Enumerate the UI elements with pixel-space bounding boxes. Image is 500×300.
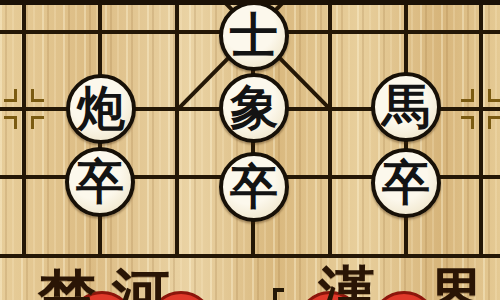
river-text-char: 界 [428, 266, 486, 300]
river-text-char: 漢 [318, 264, 376, 300]
top-edge-line [0, 0, 500, 5]
bracket-mark [273, 288, 284, 300]
piece-black-soldier[interactable]: 卒 [371, 148, 441, 218]
piece-glyph: 卒 [230, 162, 278, 210]
grid-file-line [175, 0, 179, 258]
river-text-char: 河 [112, 266, 170, 300]
position-marker-bracket [31, 116, 44, 129]
piece-black-cannon[interactable]: 炮 [66, 74, 136, 144]
piece-black-advisor[interactable]: 士 [219, 1, 289, 71]
position-marker-bracket [4, 89, 17, 102]
piece-glyph: 象 [230, 83, 278, 131]
piece-black-soldier[interactable]: 卒 [65, 147, 135, 217]
position-marker-bracket [488, 116, 500, 129]
position-marker-bracket [488, 89, 500, 102]
position-marker-bracket [4, 116, 17, 129]
grid-file-line [328, 0, 332, 258]
position-marker-bracket [461, 116, 474, 129]
position-marker-bracket [31, 89, 44, 102]
piece-black-horse[interactable]: 馬 [371, 72, 441, 142]
piece-glyph: 卒 [382, 158, 430, 206]
grid-file-line [22, 0, 26, 258]
piece-black-elephant[interactable]: 象 [219, 73, 289, 143]
xiangqi-board[interactable]: 楚河漢界士炮象馬卒卒卒 [0, 0, 500, 300]
position-marker-bracket [461, 89, 474, 102]
river-text-char: 楚 [38, 268, 96, 300]
piece-black-soldier[interactable]: 卒 [219, 152, 289, 222]
piece-glyph: 炮 [77, 84, 125, 132]
piece-glyph: 士 [230, 11, 278, 59]
piece-glyph: 卒 [76, 157, 124, 205]
grid-rank-line [0, 254, 500, 258]
piece-glyph: 馬 [382, 82, 430, 130]
grid-file-line [479, 0, 483, 258]
